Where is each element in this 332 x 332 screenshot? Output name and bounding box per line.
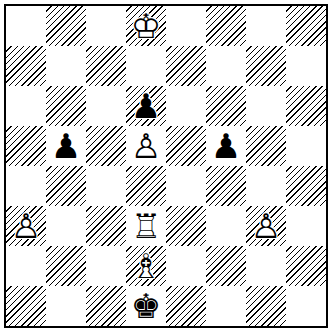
square-e3[interactable] (166, 206, 206, 246)
square-e6[interactable] (166, 86, 206, 126)
piece-white-pawn-g3: ♙ (246, 206, 286, 246)
square-g7[interactable] (246, 46, 286, 86)
square-a8[interactable] (6, 6, 46, 46)
square-c8[interactable] (86, 6, 126, 46)
square-b5[interactable]: ♟♟ (46, 126, 86, 166)
square-e7[interactable] (166, 46, 206, 86)
square-f1[interactable] (206, 286, 246, 326)
square-f5[interactable]: ♟♟ (206, 126, 246, 166)
square-h8[interactable] (286, 6, 326, 46)
square-d4[interactable] (126, 166, 166, 206)
white-bishop-underlay: ♝ (126, 246, 166, 286)
square-g3[interactable]: ♟♙ (246, 206, 286, 246)
square-b8[interactable] (46, 6, 86, 46)
black-king-underlay: ♚ (126, 286, 166, 326)
board-frame: ♚♔♟♟♟♟♟♙♟♟♟♙♜♖♟♙♝♗♚♚ (4, 4, 328, 328)
piece-black-king-d1: ♚ (126, 286, 166, 326)
white-king-underlay: ♚ (126, 6, 166, 46)
square-a7[interactable] (6, 46, 46, 86)
black-pawn-underlay: ♟ (46, 126, 86, 166)
square-e1[interactable] (166, 286, 206, 326)
square-f3[interactable] (206, 206, 246, 246)
piece-black-pawn-d6: ♟ (126, 86, 166, 126)
square-b6[interactable] (46, 86, 86, 126)
square-f8[interactable] (206, 6, 246, 46)
chess-diagram-page: ♚♔♟♟♟♟♟♙♟♟♟♙♜♖♟♙♝♗♚♚ (0, 0, 332, 332)
square-d8[interactable]: ♚♔ (126, 6, 166, 46)
square-c5[interactable] (86, 126, 126, 166)
piece-white-king-d8: ♔ (126, 6, 166, 46)
piece-white-pawn-a3: ♙ (6, 206, 46, 246)
white-rook-underlay: ♜ (126, 206, 166, 246)
chess-board: ♚♔♟♟♟♟♟♙♟♟♟♙♜♖♟♙♝♗♚♚ (6, 6, 326, 326)
square-f4[interactable] (206, 166, 246, 206)
square-d7[interactable] (126, 46, 166, 86)
square-f6[interactable] (206, 86, 246, 126)
square-d2[interactable]: ♝♗ (126, 246, 166, 286)
black-pawn-underlay: ♟ (206, 126, 246, 166)
square-a1[interactable] (6, 286, 46, 326)
piece-white-pawn-d5: ♙ (126, 126, 166, 166)
square-h2[interactable] (286, 246, 326, 286)
square-b4[interactable] (46, 166, 86, 206)
square-b2[interactable] (46, 246, 86, 286)
piece-black-pawn-f5: ♟ (206, 126, 246, 166)
square-g5[interactable] (246, 126, 286, 166)
black-pawn-underlay: ♟ (126, 86, 166, 126)
square-g8[interactable] (246, 6, 286, 46)
square-g2[interactable] (246, 246, 286, 286)
square-h7[interactable] (286, 46, 326, 86)
white-pawn-underlay: ♟ (6, 206, 46, 246)
square-c3[interactable] (86, 206, 126, 246)
square-h6[interactable] (286, 86, 326, 126)
square-g6[interactable] (246, 86, 286, 126)
square-d5[interactable]: ♟♙ (126, 126, 166, 166)
piece-white-rook-d3: ♖ (126, 206, 166, 246)
square-h1[interactable] (286, 286, 326, 326)
square-a3[interactable]: ♟♙ (6, 206, 46, 246)
square-f2[interactable] (206, 246, 246, 286)
square-f7[interactable] (206, 46, 246, 86)
square-g4[interactable] (246, 166, 286, 206)
square-h4[interactable] (286, 166, 326, 206)
square-b1[interactable] (46, 286, 86, 326)
square-e5[interactable] (166, 126, 206, 166)
square-h3[interactable] (286, 206, 326, 246)
square-e2[interactable] (166, 246, 206, 286)
square-e8[interactable] (166, 6, 206, 46)
square-d3[interactable]: ♜♖ (126, 206, 166, 246)
square-c7[interactable] (86, 46, 126, 86)
piece-black-pawn-b5: ♟ (46, 126, 86, 166)
square-a5[interactable] (6, 126, 46, 166)
square-d1[interactable]: ♚♚ (126, 286, 166, 326)
white-pawn-underlay: ♟ (126, 126, 166, 166)
square-g1[interactable] (246, 286, 286, 326)
square-d6[interactable]: ♟♟ (126, 86, 166, 126)
square-e4[interactable] (166, 166, 206, 206)
piece-white-bishop-d2: ♗ (126, 246, 166, 286)
white-pawn-underlay: ♟ (246, 206, 286, 246)
square-c4[interactable] (86, 166, 126, 206)
square-a2[interactable] (6, 246, 46, 286)
square-c2[interactable] (86, 246, 126, 286)
square-h5[interactable] (286, 126, 326, 166)
square-b7[interactable] (46, 46, 86, 86)
square-b3[interactable] (46, 206, 86, 246)
square-c1[interactable] (86, 286, 126, 326)
square-a4[interactable] (6, 166, 46, 206)
square-c6[interactable] (86, 86, 126, 126)
square-a6[interactable] (6, 86, 46, 126)
